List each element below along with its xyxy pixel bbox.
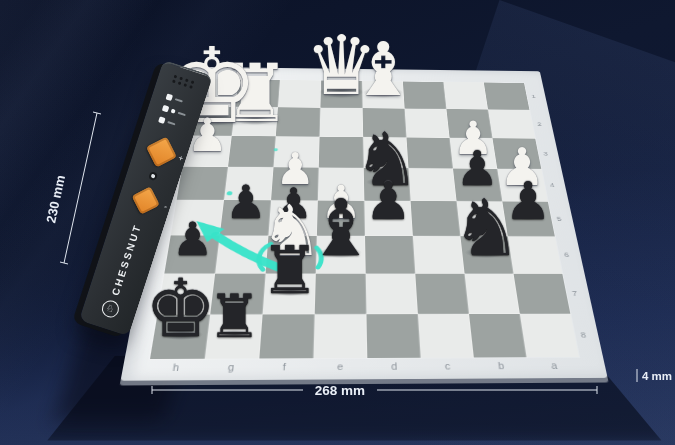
piece-shadow: [374, 213, 403, 220]
square-g6: [215, 236, 268, 274]
file-label-a: a: [550, 362, 557, 371]
square-a7: [514, 274, 571, 314]
height-tick-top: [93, 112, 101, 114]
piece-shadow: [508, 179, 537, 186]
piece-shadow: [363, 87, 404, 97]
square-d7: [366, 274, 418, 315]
piece-shadow: [328, 213, 353, 219]
square-g1: [235, 80, 280, 108]
square-f2: [276, 107, 321, 136]
square-a2: [488, 110, 535, 139]
square-h5: [171, 200, 224, 236]
led-indicator-2: [162, 105, 187, 118]
thickness-dimension-label: 4 mm: [642, 370, 672, 382]
piece-shadow: [282, 213, 305, 219]
square-a6: [508, 236, 563, 273]
knight-logo-icon: ♘: [99, 298, 120, 319]
file-label-b: b: [498, 362, 505, 371]
square-c7: [415, 274, 469, 314]
square-h7: [157, 274, 215, 315]
square-e4: [318, 168, 365, 201]
speaker-grille-icon: [172, 75, 195, 89]
brand-label: CHESSNUT: [109, 222, 143, 297]
square-c2: [405, 109, 450, 138]
square-f1: [278, 80, 321, 108]
height-dimension-label: 230 mm: [43, 174, 68, 224]
square-d3: [363, 137, 408, 168]
square-b7: [465, 274, 520, 314]
square-f3: [274, 136, 320, 167]
piece-shadow: [159, 329, 203, 340]
square-c3: [407, 138, 453, 169]
file-label-f: f: [282, 363, 286, 372]
square-g3: [228, 136, 276, 167]
square-b1: [443, 82, 488, 110]
square-c1: [403, 82, 447, 110]
led-indicator-3: [158, 116, 176, 127]
square-h4: [177, 167, 228, 200]
file-label-e: e: [337, 363, 343, 372]
small-dot-button[interactable]: [151, 174, 156, 179]
square-a1: [484, 83, 530, 110]
power-dot-icon: ◦: [163, 203, 168, 211]
square-d8: [366, 314, 420, 358]
piece-shadow: [283, 179, 307, 185]
square-d6: [365, 236, 415, 274]
square-d2: [363, 108, 407, 137]
square-f8: [259, 314, 314, 358]
square-c8: [418, 314, 474, 358]
square-c5: [411, 201, 461, 236]
height-tick-bottom: [60, 262, 68, 264]
status-led-group: [158, 93, 190, 129]
square-g7: [210, 274, 265, 315]
piece-shadow: [319, 247, 362, 258]
square-b5: [457, 201, 508, 236]
square-c4: [409, 168, 457, 201]
rank-label-1: 1: [531, 94, 536, 99]
square-e7: [315, 274, 367, 315]
diamond-button-top[interactable]: [146, 136, 177, 167]
file-label-c: c: [445, 362, 451, 371]
file-label-g: g: [227, 363, 234, 372]
square-c6: [413, 236, 465, 274]
square-e2: [320, 108, 364, 137]
piece-shadow: [233, 212, 258, 218]
square-a8: [520, 314, 579, 357]
file-label-d: d: [391, 362, 397, 371]
square-a3: [493, 138, 542, 169]
height-dimension-line: [64, 113, 97, 263]
square-g4: [224, 167, 273, 200]
square-b2: [446, 109, 492, 138]
plus-icon: +: [177, 154, 184, 163]
piece-shadow: [319, 86, 364, 97]
product-render-scene: hgfedcba12345678 ♝♛♜♚♟♟♟♟♞♟♟♟♟♟♟♝♞♞♟♜♜♚ …: [0, 0, 675, 445]
diamond-button-bottom[interactable]: [131, 186, 159, 214]
square-b8: [469, 314, 527, 358]
square-e8: [314, 314, 368, 358]
led-indicator-1: [165, 93, 183, 104]
square-e3: [319, 137, 364, 168]
